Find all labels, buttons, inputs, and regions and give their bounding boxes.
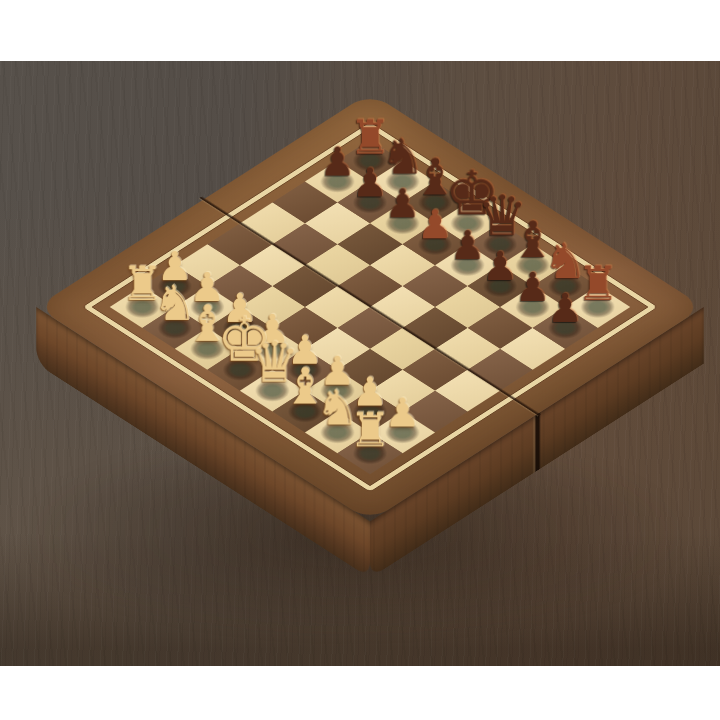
- top-margin: [0, 0, 720, 61]
- piece-black-pawn[interactable]: ♟: [542, 288, 588, 328]
- square-b6[interactable]: [468, 307, 533, 349]
- bottom-margin: [0, 666, 720, 720]
- product-photo: ♜♞♝♚♛♝♞♜♟♟♟♟♟♟♟♟♟♟♟♟♟♟♟♟♜♞♝♚♛♝♞♜: [0, 61, 720, 666]
- piece-white-rook[interactable]: ♜: [347, 406, 393, 453]
